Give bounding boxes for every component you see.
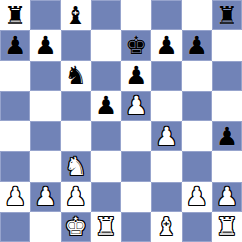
square-f7[interactable]: ♟ (151, 30, 181, 60)
white-pawn[interactable]: ♟ (64, 184, 86, 209)
square-b7[interactable]: ♟ (30, 30, 60, 60)
square-d2[interactable] (91, 182, 121, 212)
square-f3[interactable] (151, 151, 181, 181)
white-pawn[interactable]: ♟ (34, 184, 56, 209)
white-bishop[interactable]: ♝ (155, 214, 177, 239)
square-c5[interactable] (61, 91, 91, 121)
white-pawn[interactable]: ♟ (185, 184, 207, 209)
square-b1[interactable] (30, 212, 60, 242)
square-h4[interactable]: ♟ (212, 121, 242, 151)
square-b8[interactable] (30, 0, 60, 30)
square-a4[interactable] (0, 121, 30, 151)
square-b6[interactable] (30, 61, 60, 91)
black-pawn[interactable]: ♟ (4, 33, 26, 58)
black-pawn[interactable]: ♟ (95, 93, 117, 118)
square-f8[interactable] (151, 0, 181, 30)
square-h8[interactable]: ♜ (212, 0, 242, 30)
square-h5[interactable] (212, 91, 242, 121)
white-knight[interactable]: ♞ (64, 154, 86, 179)
square-d7[interactable] (91, 30, 121, 60)
white-king[interactable]: ♚ (64, 214, 86, 239)
square-e8[interactable] (121, 0, 151, 30)
square-f4[interactable]: ♟ (151, 121, 181, 151)
square-a8[interactable]: ♜ (0, 0, 30, 30)
black-pawn[interactable]: ♟ (155, 33, 177, 58)
square-b5[interactable] (30, 91, 60, 121)
square-c4[interactable] (61, 121, 91, 151)
square-c8[interactable]: ♝ (61, 0, 91, 30)
square-e3[interactable] (121, 151, 151, 181)
black-bishop[interactable]: ♝ (64, 3, 86, 28)
black-rook[interactable]: ♜ (4, 3, 26, 28)
square-a1[interactable] (0, 212, 30, 242)
square-g6[interactable] (182, 61, 212, 91)
square-f6[interactable] (151, 61, 181, 91)
square-a2[interactable]: ♟ (0, 182, 30, 212)
square-h2[interactable]: ♟ (212, 182, 242, 212)
square-c6[interactable]: ♞ (61, 61, 91, 91)
square-g4[interactable] (182, 121, 212, 151)
square-e4[interactable] (121, 121, 151, 151)
square-g8[interactable] (182, 0, 212, 30)
black-rook[interactable]: ♜ (216, 3, 238, 28)
chess-board: ♜♝♜♟♟♚♟♟♞♟♟♟♟♟♞♟♟♟♟♟♚♜♝♜ (0, 0, 242, 242)
white-pawn[interactable]: ♟ (155, 124, 177, 149)
white-rook[interactable]: ♜ (216, 214, 238, 239)
square-e6[interactable]: ♟ (121, 61, 151, 91)
square-h6[interactable] (212, 61, 242, 91)
square-e2[interactable] (121, 182, 151, 212)
square-b3[interactable] (30, 151, 60, 181)
square-g7[interactable]: ♟ (182, 30, 212, 60)
black-pawn[interactable]: ♟ (34, 33, 56, 58)
black-knight[interactable]: ♞ (64, 63, 86, 88)
square-h1[interactable]: ♜ (212, 212, 242, 242)
black-pawn[interactable]: ♟ (125, 63, 147, 88)
square-h7[interactable] (212, 30, 242, 60)
square-a5[interactable] (0, 91, 30, 121)
square-a6[interactable] (0, 61, 30, 91)
square-a3[interactable] (0, 151, 30, 181)
square-f5[interactable] (151, 91, 181, 121)
square-e5[interactable]: ♟ (121, 91, 151, 121)
square-d4[interactable] (91, 121, 121, 151)
square-c1[interactable]: ♚ (61, 212, 91, 242)
square-a7[interactable]: ♟ (0, 30, 30, 60)
white-pawn[interactable]: ♟ (4, 184, 26, 209)
square-b4[interactable] (30, 121, 60, 151)
black-king[interactable]: ♚ (125, 33, 147, 58)
black-pawn[interactable]: ♟ (216, 124, 238, 149)
square-d3[interactable] (91, 151, 121, 181)
black-pawn[interactable]: ♟ (185, 33, 207, 58)
white-rook[interactable]: ♜ (95, 214, 117, 239)
square-g2[interactable]: ♟ (182, 182, 212, 212)
square-c3[interactable]: ♞ (61, 151, 91, 181)
square-b2[interactable]: ♟ (30, 182, 60, 212)
square-g3[interactable] (182, 151, 212, 181)
square-e7[interactable]: ♚ (121, 30, 151, 60)
white-pawn[interactable]: ♟ (216, 184, 238, 209)
square-d6[interactable] (91, 61, 121, 91)
square-g5[interactable] (182, 91, 212, 121)
square-f1[interactable]: ♝ (151, 212, 181, 242)
square-e1[interactable] (121, 212, 151, 242)
white-pawn[interactable]: ♟ (125, 93, 147, 118)
square-c7[interactable] (61, 30, 91, 60)
square-h3[interactable] (212, 151, 242, 181)
square-d1[interactable]: ♜ (91, 212, 121, 242)
square-d8[interactable] (91, 0, 121, 30)
square-c2[interactable]: ♟ (61, 182, 91, 212)
square-d5[interactable]: ♟ (91, 91, 121, 121)
square-f2[interactable] (151, 182, 181, 212)
square-g1[interactable] (182, 212, 212, 242)
